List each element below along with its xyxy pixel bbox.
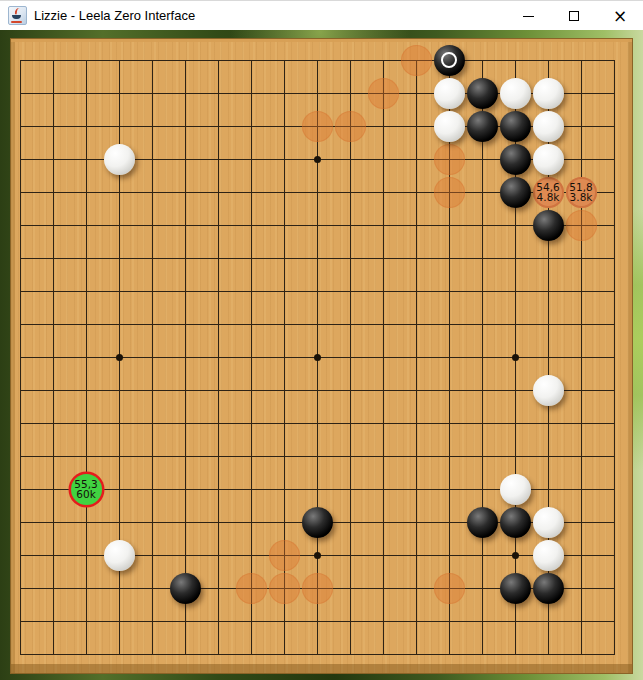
- close-button[interactable]: ×: [597, 1, 643, 31]
- goban-cells: 54,64.8k51,83.8k55,360k: [4, 44, 631, 671]
- stone-R17: [532, 110, 565, 143]
- window-controls: ×: [505, 1, 643, 31]
- considered-move-K17[interactable]: [301, 110, 334, 143]
- star-point-cell: [301, 341, 334, 374]
- best-move-circle: 55,360k: [71, 474, 102, 505]
- visits-label: 60k: [76, 489, 95, 499]
- white-stone: [434, 78, 465, 109]
- white-stone: [533, 375, 564, 406]
- app-background: 54,64.8k51,83.8k55,360k: [0, 30, 643, 680]
- stone-Q18: [499, 77, 532, 110]
- star-point: [314, 156, 321, 163]
- considered-move-O16[interactable]: [433, 143, 466, 176]
- java-coffee-icon: [8, 6, 27, 25]
- star-point-cell: [301, 143, 334, 176]
- stone-O17: [433, 110, 466, 143]
- considered-move-circle: [269, 573, 300, 604]
- white-stone: [533, 144, 564, 175]
- stone-Q3: [499, 572, 532, 605]
- considered-move-S14[interactable]: [565, 209, 598, 242]
- considered-move-circle: [566, 210, 597, 241]
- black-stone: [500, 111, 531, 142]
- stone-P5: [466, 506, 499, 539]
- stone-Q5: [499, 506, 532, 539]
- candidate-move-R15[interactable]: 54,64.8k: [532, 176, 565, 209]
- stone-F3: [169, 572, 202, 605]
- considered-move-J4[interactable]: [268, 539, 301, 572]
- maximize-button[interactable]: [551, 1, 597, 31]
- black-stone: [170, 573, 201, 604]
- best-move-C6[interactable]: 55,360k: [70, 473, 103, 506]
- black-stone: [500, 507, 531, 538]
- candidate-move-circle: 54,64.8k: [533, 177, 564, 208]
- stone-P17: [466, 110, 499, 143]
- star-point: [512, 552, 519, 559]
- considered-move-O3[interactable]: [433, 572, 466, 605]
- white-stone: [533, 111, 564, 142]
- star-point: [116, 354, 123, 361]
- star-point: [512, 354, 519, 361]
- stone-R14: [532, 209, 565, 242]
- black-stone: [467, 78, 498, 109]
- stone-Q15: [499, 176, 532, 209]
- stone-O19: [433, 44, 466, 77]
- black-stone: [302, 507, 333, 538]
- considered-move-M18[interactable]: [367, 77, 400, 110]
- white-stone: [500, 78, 531, 109]
- black-stone: [533, 573, 564, 604]
- coffee-saucer-shape: [11, 21, 22, 23]
- white-stone: [434, 111, 465, 142]
- considered-move-K3[interactable]: [301, 572, 334, 605]
- star-point-cell: [499, 341, 532, 374]
- last-move-marker: [441, 52, 457, 68]
- considered-move-N19[interactable]: [400, 44, 433, 77]
- black-stone: [467, 111, 498, 142]
- white-stone: [104, 540, 135, 571]
- coffee-cup-shape: [12, 15, 21, 19]
- stone-Q6: [499, 473, 532, 506]
- considered-move-J3[interactable]: [268, 572, 301, 605]
- white-stone: [533, 540, 564, 571]
- minimize-icon: [523, 16, 534, 17]
- stone-R4: [532, 539, 565, 572]
- visits-label: 4.8k: [537, 192, 560, 202]
- star-point: [314, 354, 321, 361]
- considered-move-L17[interactable]: [334, 110, 367, 143]
- black-stone: [500, 144, 531, 175]
- stone-R3: [532, 572, 565, 605]
- considered-move-circle: [269, 540, 300, 571]
- stone-D16: [103, 143, 136, 176]
- white-stone: [500, 474, 531, 505]
- stone-R9: [532, 374, 565, 407]
- visits-label: 3.8k: [570, 192, 593, 202]
- stone-D4: [103, 539, 136, 572]
- stone-R5: [532, 506, 565, 539]
- white-stone: [104, 144, 135, 175]
- minimize-button[interactable]: [505, 1, 551, 31]
- considered-move-circle: [335, 111, 366, 142]
- stone-K5: [301, 506, 334, 539]
- considered-move-circle: [368, 78, 399, 109]
- black-stone: [434, 45, 465, 76]
- considered-move-circle: [434, 177, 465, 208]
- considered-move-circle: [302, 111, 333, 142]
- star-point: [314, 552, 321, 559]
- close-icon: ×: [613, 8, 627, 25]
- considered-move-O15[interactable]: [433, 176, 466, 209]
- stone-O18: [433, 77, 466, 110]
- black-stone: [500, 573, 531, 604]
- considered-move-circle: [236, 573, 267, 604]
- black-stone: [467, 507, 498, 538]
- stone-R16: [532, 143, 565, 176]
- considered-move-circle: [434, 573, 465, 604]
- stone-Q16: [499, 143, 532, 176]
- candidate-move-S15[interactable]: 51,83.8k: [565, 176, 598, 209]
- white-stone: [533, 507, 564, 538]
- stone-P18: [466, 77, 499, 110]
- candidate-move-circle: 51,83.8k: [566, 177, 597, 208]
- considered-move-circle: [434, 144, 465, 175]
- star-point-cell: [301, 539, 334, 572]
- black-stone: [533, 210, 564, 241]
- stone-R18: [532, 77, 565, 110]
- stone-Q17: [499, 110, 532, 143]
- black-stone: [500, 177, 531, 208]
- window-title: Lizzie - Leela Zero Interface: [34, 8, 195, 23]
- considered-move-H3[interactable]: [235, 572, 268, 605]
- maximize-icon: [569, 11, 579, 21]
- star-point-cell: [499, 539, 532, 572]
- goban[interactable]: 54,64.8k51,83.8k55,360k: [10, 38, 633, 674]
- titlebar[interactable]: Lizzie - Leela Zero Interface ×: [0, 0, 643, 30]
- considered-move-circle: [401, 45, 432, 76]
- white-stone: [533, 78, 564, 109]
- considered-move-circle: [302, 573, 333, 604]
- star-point-cell: [103, 341, 136, 374]
